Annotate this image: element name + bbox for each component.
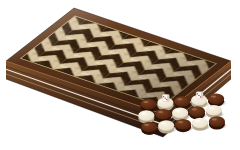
checker-white [192,118,210,131]
die [196,92,203,99]
checker-dark [209,116,227,129]
checker-dark [175,119,193,132]
backgammon-set-photo [0,0,240,150]
checker-dark [189,106,207,119]
die [162,95,169,102]
checker-dark [208,94,226,107]
checker-white [206,105,224,118]
scene-canvas [0,0,240,150]
